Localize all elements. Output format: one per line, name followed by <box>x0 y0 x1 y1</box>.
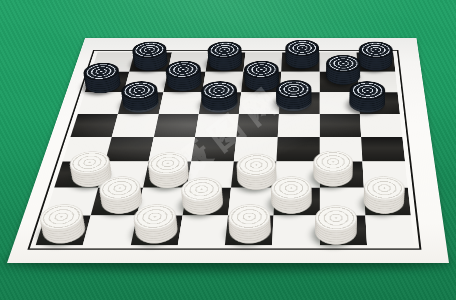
square-d1 <box>178 216 228 246</box>
piece-top-face <box>349 81 386 100</box>
square-b1 <box>83 216 137 246</box>
black-piece-e7 <box>243 73 279 91</box>
black-piece-a7 <box>83 75 123 93</box>
black-piece-h8 <box>358 54 393 71</box>
square-b5 <box>112 114 158 137</box>
black-piece-h6 <box>349 94 386 113</box>
perspective-scene <box>0 0 456 300</box>
square-b4 <box>105 137 153 161</box>
piece-top-face <box>285 40 319 56</box>
board-grid <box>36 53 414 246</box>
white-piece-e1 <box>228 218 271 244</box>
square-a6 <box>78 92 124 114</box>
white-piece-h2 <box>364 190 406 214</box>
black-piece-d6 <box>201 94 239 113</box>
square-g5 <box>319 114 361 137</box>
square-h1 <box>365 216 414 246</box>
piece-top-face <box>364 176 406 200</box>
square-c6 <box>158 92 202 114</box>
white-piece-f2 <box>271 190 312 214</box>
square-d5 <box>195 114 239 137</box>
square-e6 <box>239 92 280 114</box>
white-piece-c1 <box>133 218 179 244</box>
square-f5 <box>278 114 319 137</box>
square-f4 <box>277 137 320 161</box>
square-h4 <box>361 137 405 161</box>
square-a5 <box>70 114 118 137</box>
checkers-board <box>27 50 421 250</box>
white-piece-g3 <box>314 164 353 186</box>
piece-top-face <box>359 41 394 57</box>
white-piece-d2 <box>180 191 223 215</box>
black-piece-f8 <box>286 52 320 69</box>
square-h5 <box>360 114 403 137</box>
piece-top-face <box>315 205 358 231</box>
paper-sheet <box>7 38 449 263</box>
square-c5 <box>153 114 198 137</box>
black-piece-b6 <box>121 94 161 113</box>
black-piece-d8 <box>208 54 244 71</box>
square-d4 <box>191 137 236 161</box>
square-f1 <box>272 216 319 246</box>
piece-top-face <box>275 80 311 98</box>
piece-top-face <box>314 151 354 173</box>
black-piece-f6 <box>275 93 311 112</box>
black-piece-c7 <box>165 73 203 91</box>
white-piece-a1 <box>39 218 88 244</box>
piece-top-face <box>270 176 311 200</box>
square-e5 <box>236 114 279 137</box>
photo-checkers-scene: 摄图网 <box>0 0 456 300</box>
piece-top-face <box>326 55 361 72</box>
black-piece-b8 <box>132 54 169 71</box>
